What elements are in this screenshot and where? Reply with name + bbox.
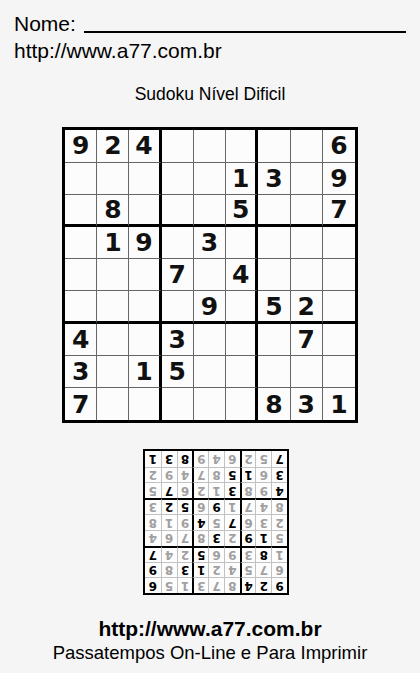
footer-tagline: Passatempos On-Line e Para Imprimir [0, 642, 420, 663]
cell-r3c5: 6 [208, 546, 224, 562]
cell-r3c3 [129, 195, 161, 227]
cell-r3c9: 7 [145, 546, 161, 562]
sudoku-puzzle-grid: 9246139857193749524373157831 [62, 127, 358, 423]
cell-r5c2: 3 [255, 514, 271, 530]
cell-r9c2 [97, 388, 129, 420]
cell-r3c2: 8 [97, 195, 129, 227]
cell-r6c7: 5 [177, 498, 193, 514]
cell-r7c4: 3 [162, 324, 194, 356]
cell-r6c2: 4 [255, 498, 271, 514]
cell-r1c6 [226, 130, 258, 162]
cell-r8c8 [291, 356, 323, 388]
cell-r8c7: 4 [177, 467, 193, 483]
cell-r8c5: 8 [208, 467, 224, 483]
cell-r8c2 [97, 356, 129, 388]
cell-r9c7: 8 [258, 388, 290, 420]
cell-r4c6 [226, 227, 258, 259]
cell-r2c1: 6 [271, 562, 287, 578]
cell-r7c6: 2 [192, 483, 208, 499]
cell-r1c6: 3 [192, 578, 208, 594]
cell-r8c4: 5 [162, 356, 194, 388]
cell-r3c7: 2 [177, 546, 193, 562]
cell-r4c8 [291, 227, 323, 259]
cell-r2c4: 4 [224, 562, 240, 578]
cell-r3c1: 1 [271, 546, 287, 562]
cell-r5c3 [129, 259, 161, 291]
cell-r1c5: 7 [208, 578, 224, 594]
cell-r4c7: 7 [177, 530, 193, 546]
cell-r8c7 [258, 356, 290, 388]
cell-r2c2: 7 [255, 562, 271, 578]
cell-r2c7: 3 [258, 163, 290, 195]
cell-r6c5: 9 [208, 498, 224, 514]
cell-r7c2: 9 [255, 483, 271, 499]
cell-r2c1 [65, 163, 97, 195]
cell-r3c3: 3 [240, 546, 256, 562]
page: Nome: http://www.a77.com.br [0, 0, 420, 63]
cell-r8c9: 2 [145, 467, 161, 483]
cell-r5c1: 2 [271, 514, 287, 530]
cell-r9c1: 7 [65, 388, 97, 420]
cell-r3c6: 5 [192, 546, 208, 562]
cell-r5c9 [323, 259, 355, 291]
cell-r9c4: 6 [224, 451, 240, 467]
cell-r2c9: 9 [145, 562, 161, 578]
cell-r4c4 [162, 227, 194, 259]
footer: http://www.a77.com.br Passatempos On-Lin… [0, 617, 420, 663]
cell-r5c4: 7 [224, 514, 240, 530]
cell-r8c1: 3 [271, 467, 287, 483]
cell-r4c5: 3 [194, 227, 226, 259]
cell-r1c8: 5 [161, 578, 177, 594]
cell-r9c4 [162, 388, 194, 420]
cell-r7c1: 4 [65, 324, 97, 356]
cell-r9c8: 3 [291, 388, 323, 420]
cell-r5c4: 7 [162, 259, 194, 291]
cell-r5c1 [65, 259, 97, 291]
cell-r3c7 [258, 195, 290, 227]
cell-r7c4: 3 [224, 483, 240, 499]
cell-r2c6: 1 [226, 163, 258, 195]
cell-r8c1: 3 [65, 356, 97, 388]
cell-r2c5: 2 [208, 562, 224, 578]
cell-r7c7 [258, 324, 290, 356]
name-row: Nome: [14, 12, 406, 36]
cell-r4c9: 4 [145, 530, 161, 546]
cell-r5c8 [291, 259, 323, 291]
cell-r5c8: 1 [161, 514, 177, 530]
cell-r8c6: 7 [192, 467, 208, 483]
cell-r3c2: 8 [255, 546, 271, 562]
cell-r2c7: 3 [177, 562, 193, 578]
name-label: Nome: [14, 12, 76, 36]
cell-r6c1 [65, 291, 97, 323]
cell-r6c3 [129, 291, 161, 323]
cell-r6c9 [323, 291, 355, 323]
cell-r9c6 [226, 388, 258, 420]
cell-r7c8: 7 [291, 324, 323, 356]
cell-r9c1: 7 [271, 451, 287, 467]
cell-r2c4 [162, 163, 194, 195]
cell-r7c9: 5 [145, 483, 161, 499]
cell-r3c8: 4 [161, 546, 177, 562]
cell-r6c4: 1 [224, 498, 240, 514]
cell-r1c9: 6 [323, 130, 355, 162]
cell-r2c6: 1 [192, 562, 208, 578]
cell-r5c7 [258, 259, 290, 291]
cell-r3c4 [162, 195, 194, 227]
cell-r3c6: 5 [226, 195, 258, 227]
cell-r4c2: 1 [255, 530, 271, 546]
cell-r5c9: 8 [145, 514, 161, 530]
cell-r7c9 [323, 324, 355, 356]
cell-r1c7: 1 [177, 578, 193, 594]
sudoku-solution-grid-rotated: 9248731566754213891839652475192387642367… [143, 449, 289, 595]
solution-grid-wrapper: 9248731566754213891839652475192387642367… [143, 449, 289, 595]
cell-r1c3: 4 [240, 578, 256, 594]
cell-r6c6: 6 [192, 498, 208, 514]
cell-r6c8: 2 [291, 291, 323, 323]
cell-r8c3: 1 [129, 356, 161, 388]
cell-r2c8 [291, 163, 323, 195]
cell-r8c3: 1 [240, 467, 256, 483]
cell-r4c7 [258, 227, 290, 259]
cell-r6c1: 8 [271, 498, 287, 514]
cell-r9c5: 4 [208, 451, 224, 467]
cell-r7c8: 7 [161, 483, 177, 499]
cell-r3c9: 7 [323, 195, 355, 227]
cell-r9c9: 1 [323, 388, 355, 420]
cell-r9c3: 2 [240, 451, 256, 467]
cell-r2c3: 5 [240, 562, 256, 578]
cell-r8c2: 6 [255, 467, 271, 483]
cell-r7c2 [97, 324, 129, 356]
cell-r4c9 [323, 227, 355, 259]
cell-r6c8: 2 [161, 498, 177, 514]
cell-r2c5 [194, 163, 226, 195]
cell-r5c2 [97, 259, 129, 291]
cell-r3c4: 9 [224, 546, 240, 562]
cell-r1c1: 9 [65, 130, 97, 162]
cell-r1c1: 9 [271, 578, 287, 594]
cell-r5c7: 9 [177, 514, 193, 530]
cell-r8c4: 5 [224, 467, 240, 483]
cell-r7c3: 8 [240, 483, 256, 499]
cell-r6c5: 9 [194, 291, 226, 323]
cell-r9c7: 8 [177, 451, 193, 467]
cell-r4c2: 1 [97, 227, 129, 259]
cell-r1c7 [258, 130, 290, 162]
cell-r7c3 [129, 324, 161, 356]
cell-r5c6: 4 [226, 259, 258, 291]
cell-r9c8: 3 [161, 451, 177, 467]
cell-r8c6 [226, 356, 258, 388]
cell-r5c5: 5 [208, 514, 224, 530]
cell-r4c8: 6 [161, 530, 177, 546]
cell-r6c6 [226, 291, 258, 323]
cell-r7c5 [194, 324, 226, 356]
cell-r9c9: 1 [145, 451, 161, 467]
cell-r8c5 [194, 356, 226, 388]
cell-r7c1: 4 [271, 483, 287, 499]
cell-r1c2: 2 [255, 578, 271, 594]
cell-r4c3: 9 [240, 530, 256, 546]
cell-r6c3: 7 [240, 498, 256, 514]
cell-r9c5 [194, 388, 226, 420]
cell-r1c8 [291, 130, 323, 162]
cell-r7c7: 6 [177, 483, 193, 499]
cell-r1c4 [162, 130, 194, 162]
cell-r4c1: 5 [271, 530, 287, 546]
cell-r3c1 [65, 195, 97, 227]
cell-r4c6: 8 [192, 530, 208, 546]
cell-r4c1 [65, 227, 97, 259]
footer-url: http://www.a77.com.br [0, 617, 420, 641]
cell-r9c2: 5 [255, 451, 271, 467]
cell-r5c3: 6 [240, 514, 256, 530]
cell-r4c4: 2 [224, 530, 240, 546]
cell-r5c6: 4 [192, 514, 208, 530]
cell-r6c7: 5 [258, 291, 290, 323]
cell-r8c8: 9 [161, 467, 177, 483]
cell-r6c4 [162, 291, 194, 323]
cell-r1c5 [194, 130, 226, 162]
cell-r1c4: 8 [224, 578, 240, 594]
name-underline [84, 31, 406, 33]
cell-r9c3 [129, 388, 161, 420]
cell-r1c2: 2 [97, 130, 129, 162]
cell-r9c6: 9 [192, 451, 208, 467]
cell-r7c6 [226, 324, 258, 356]
cell-r3c8 [291, 195, 323, 227]
cell-r6c9: 3 [145, 498, 161, 514]
cell-r4c3: 9 [129, 227, 161, 259]
cell-r4c5: 3 [208, 530, 224, 546]
cell-r2c8: 8 [161, 562, 177, 578]
cell-r6c2 [97, 291, 129, 323]
cell-r3c5 [194, 195, 226, 227]
page-title: Sudoku Nível Dificil [0, 84, 420, 105]
cell-r2c2 [97, 163, 129, 195]
cell-r8c9 [323, 356, 355, 388]
cell-r2c3 [129, 163, 161, 195]
cell-r2c9: 9 [323, 163, 355, 195]
header-url: http://www.a77.com.br [14, 39, 406, 63]
cell-r7c5: 1 [208, 483, 224, 499]
cell-r1c9: 6 [145, 578, 161, 594]
cell-r1c3: 4 [129, 130, 161, 162]
cell-r5c5 [194, 259, 226, 291]
